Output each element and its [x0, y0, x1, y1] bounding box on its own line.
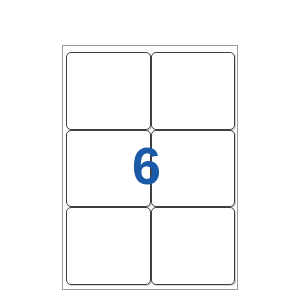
label-cell — [151, 130, 236, 208]
label-sheet-diagram: 6 — [0, 0, 300, 300]
label-cell — [151, 207, 236, 285]
labels-per-sheet-count: 6 — [132, 140, 161, 192]
label-cell — [66, 207, 151, 285]
label-cell — [66, 52, 151, 130]
label-cell — [151, 52, 236, 130]
label-sheet: 6 — [62, 45, 238, 290]
